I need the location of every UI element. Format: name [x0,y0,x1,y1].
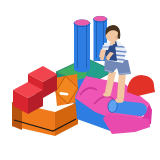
child-front-foot [103,92,111,96]
cylinder-right-cap [94,16,107,21]
child-hand-left [100,57,104,61]
diamond-stitch-cube [54,74,79,106]
standing-cylinder-left [74,20,90,73]
child-hand-right [106,57,110,61]
cylinder-left-bottom [74,66,90,72]
cylinder-left-cap [74,20,89,26]
product-photo: Toddler climbing on a colorful soft play… [0,0,160,160]
child-ear [115,36,118,39]
child-back-foot [115,98,123,103]
softplay-climber-scene [0,0,160,160]
cylinder-left-body [74,23,90,69]
